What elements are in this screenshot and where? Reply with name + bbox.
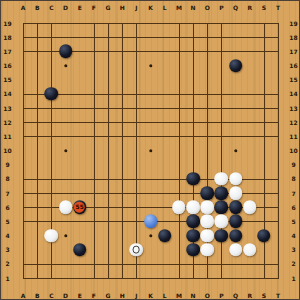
black-stone-N4[interactable] [186,229,200,243]
column-label: E [73,2,87,12]
column-label: P [214,2,228,12]
column-label: R [243,290,257,300]
row-label: 9 [2,158,13,172]
white-stone-Q7[interactable] [229,186,243,200]
row-label: 9 [288,158,299,172]
coordinate-labels-bottom: ABCDEFGHJKLMNOPQRST [16,290,285,300]
row-label: 16 [288,59,299,73]
row-label: 13 [288,101,299,115]
row-label: 2 [288,257,299,271]
white-stone-R6[interactable] [243,200,257,214]
black-stone-N8[interactable] [186,172,200,186]
row-label: 3 [288,243,299,257]
row-label: 1 [2,271,13,285]
row-label: 12 [2,115,13,129]
row-label: 17 [288,44,299,58]
black-stone-O7[interactable] [200,186,214,200]
row-label: 8 [288,172,299,186]
white-stone-O5[interactable] [200,215,214,229]
column-label: B [30,2,44,12]
row-label: 10 [2,144,13,158]
blue-stone-K5[interactable] [144,215,158,229]
white-stone-O6[interactable] [200,200,214,214]
last-move-circle-marker [133,246,140,253]
column-label: C [44,290,58,300]
white-stone-R3[interactable] [243,243,257,257]
black-stone-D17[interactable] [59,45,73,59]
column-label: T [271,290,285,300]
coordinate-labels-top: ABCDEFGHJKLMNOPQRST [16,2,285,12]
black-stone-C14[interactable] [45,87,59,101]
black-stone-Q16[interactable] [229,59,243,73]
row-label: 17 [2,44,13,58]
column-label: N [186,2,200,12]
column-label: F [87,290,101,300]
white-stone-D6[interactable] [59,200,73,214]
column-label: S [257,290,271,300]
black-stone-N3[interactable] [186,243,200,257]
coordinate-labels-right: 19181716151413121110987654321 [288,16,299,285]
row-label: 16 [2,59,13,73]
white-stone-O3[interactable] [200,243,214,257]
column-label: G [101,290,115,300]
column-label: J [129,290,143,300]
black-stone-P7[interactable] [215,186,229,200]
row-label: 18 [288,30,299,44]
row-label: 12 [288,115,299,129]
column-label: D [59,290,73,300]
row-label: 18 [2,30,13,44]
row-label: 6 [2,200,13,214]
row-label: 14 [2,87,13,101]
row-label: 15 [2,73,13,87]
column-label: K [144,290,158,300]
black-stone-E6[interactable]: 55 [73,200,87,214]
column-label: F [87,2,101,12]
row-label: 10 [288,144,299,158]
black-stone-N5[interactable] [186,215,200,229]
go-board[interactable]: ABCDEFGHJKLMNOPQRST ABCDEFGHJKLMNOPQRST … [0,0,300,300]
row-label: 7 [2,186,13,200]
row-label: 2 [2,257,13,271]
black-stone-Q6[interactable] [229,200,243,214]
column-label: J [129,2,143,12]
row-label: 7 [288,186,299,200]
row-label: 4 [288,229,299,243]
column-label: O [200,290,214,300]
black-stone-E3[interactable] [73,243,87,257]
column-label: O [200,2,214,12]
row-label: 3 [2,243,13,257]
black-stone-S4[interactable] [257,229,271,243]
column-label: B [30,290,44,300]
black-stone-Q5[interactable] [229,215,243,229]
column-label: L [158,2,172,12]
row-label: 8 [2,172,13,186]
row-label: 13 [2,101,13,115]
row-label: 19 [2,16,13,30]
column-label: K [144,2,158,12]
row-label: 15 [288,73,299,87]
column-label: M [172,290,186,300]
white-stone-J3[interactable] [130,243,144,257]
row-label: 5 [2,214,13,228]
column-label: R [243,2,257,12]
coordinate-labels-left: 19181716151413121110987654321 [2,16,13,285]
row-label: 5 [288,214,299,228]
black-stone-Q4[interactable] [229,229,243,243]
column-label: S [257,2,271,12]
column-label: H [115,2,129,12]
row-label: 19 [288,16,299,30]
column-label: P [214,290,228,300]
row-label: 6 [288,200,299,214]
column-label: D [59,2,73,12]
black-stone-L4[interactable] [158,229,172,243]
row-label: 14 [288,87,299,101]
black-stone-P4[interactable] [215,229,229,243]
column-label: A [16,290,30,300]
white-stone-Q3[interactable] [229,243,243,257]
column-label: L [158,290,172,300]
column-label: A [16,2,30,12]
column-label: Q [229,2,243,12]
column-label: H [115,290,129,300]
white-stone-N6[interactable] [186,200,200,214]
row-label: 11 [2,129,13,143]
row-label: 11 [288,129,299,143]
move-number-marker: 55 [74,202,85,213]
column-label: E [73,290,87,300]
white-stone-P5[interactable] [215,215,229,229]
column-label: N [186,290,200,300]
white-stone-Q8[interactable] [229,172,243,186]
column-label: G [101,2,115,12]
column-label: M [172,2,186,12]
white-stone-C4[interactable] [45,229,59,243]
column-label: Q [229,290,243,300]
white-stone-P8[interactable] [215,172,229,186]
column-label: T [271,2,285,12]
row-label: 4 [2,229,13,243]
row-label: 1 [288,271,299,285]
white-stone-O4[interactable] [200,229,214,243]
column-label: C [44,2,58,12]
white-stone-M6[interactable] [172,200,186,214]
black-stone-P6[interactable] [215,200,229,214]
